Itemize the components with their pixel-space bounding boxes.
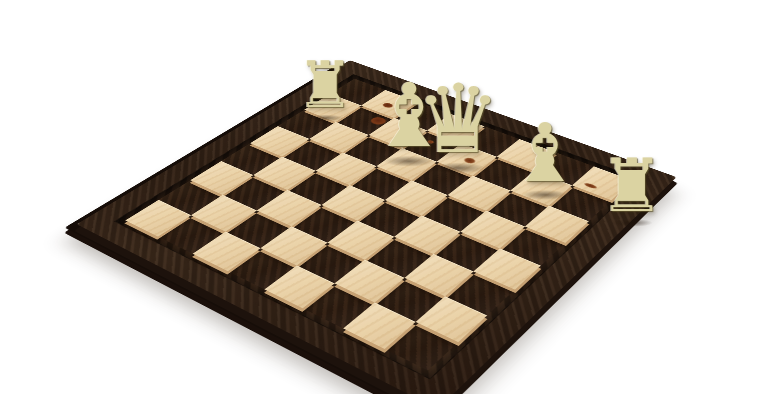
piece-white-queen-d8[interactable]: ♛ bbox=[415, 72, 500, 167]
piece-contact-shadow bbox=[612, 219, 653, 228]
piece-contact-shadow bbox=[431, 162, 484, 173]
piece-white-rook-a8[interactable]: ♜ bbox=[296, 53, 353, 117]
piece-white-rook-h8[interactable]: ♜ bbox=[599, 149, 664, 222]
chessboard-scene: ♜♝♛♝♜ bbox=[0, 0, 782, 394]
piece-contact-shadow bbox=[522, 190, 567, 200]
piece-white-bishop-f8[interactable]: ♝ bbox=[509, 113, 582, 194]
wood-knot-h8 bbox=[582, 182, 598, 190]
piece-contact-shadow bbox=[307, 114, 343, 122]
